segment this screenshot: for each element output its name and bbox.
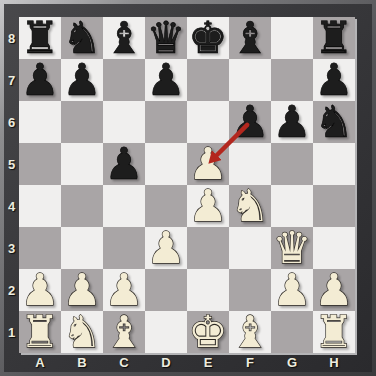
white-knight-b1: ♞ bbox=[62, 310, 101, 354]
square-h3[interactable] bbox=[313, 227, 355, 269]
file-label-d: D bbox=[145, 353, 187, 372]
rank-label-5: 5 bbox=[4, 143, 19, 185]
square-h1[interactable]: ♜ bbox=[313, 311, 355, 353]
square-f2[interactable] bbox=[229, 269, 271, 311]
square-b6[interactable] bbox=[61, 101, 103, 143]
square-a2[interactable]: ♟ bbox=[19, 269, 61, 311]
square-g4[interactable] bbox=[271, 185, 313, 227]
square-a3[interactable] bbox=[19, 227, 61, 269]
black-bishop-f8: ♝ bbox=[230, 16, 269, 60]
square-a7[interactable]: ♟ bbox=[19, 59, 61, 101]
file-labels: ABCDEFGH bbox=[19, 353, 355, 372]
rank-label-4: 4 bbox=[4, 185, 19, 227]
board-background: 87654321 ♜♞♝♛♚♝♜♟♟♟♟♟♟♞♟♟♟♞♟♛♟♟♟♟♟♜♞♝♚♝♜… bbox=[4, 4, 372, 372]
square-d2[interactable] bbox=[145, 269, 187, 311]
rank-label-2: 2 bbox=[4, 269, 19, 311]
black-pawn-a7: ♟ bbox=[20, 58, 59, 102]
rank-label-3: 3 bbox=[4, 227, 19, 269]
black-bishop-c8: ♝ bbox=[104, 16, 143, 60]
square-b8[interactable]: ♞ bbox=[61, 17, 103, 59]
square-c4[interactable] bbox=[103, 185, 145, 227]
square-f3[interactable] bbox=[229, 227, 271, 269]
square-e6[interactable] bbox=[187, 101, 229, 143]
black-rook-a8: ♜ bbox=[20, 16, 59, 60]
rank-label-6: 6 bbox=[4, 101, 19, 143]
white-pawn-a2: ♟ bbox=[20, 268, 59, 312]
white-king-e1: ♚ bbox=[188, 310, 227, 354]
square-e7[interactable] bbox=[187, 59, 229, 101]
square-f5[interactable] bbox=[229, 143, 271, 185]
square-g3[interactable]: ♛ bbox=[271, 227, 313, 269]
white-pawn-g2: ♟ bbox=[272, 268, 311, 312]
file-label-a: A bbox=[19, 353, 61, 372]
white-rook-a1: ♜ bbox=[20, 310, 59, 354]
square-d3[interactable]: ♟ bbox=[145, 227, 187, 269]
square-d1[interactable] bbox=[145, 311, 187, 353]
white-knight-f4: ♞ bbox=[230, 184, 269, 228]
square-c8[interactable]: ♝ bbox=[103, 17, 145, 59]
square-b3[interactable] bbox=[61, 227, 103, 269]
file-label-c: C bbox=[103, 353, 145, 372]
black-knight-b8: ♞ bbox=[62, 16, 101, 60]
square-c1[interactable]: ♝ bbox=[103, 311, 145, 353]
square-e3[interactable] bbox=[187, 227, 229, 269]
square-g8[interactable] bbox=[271, 17, 313, 59]
square-f4[interactable]: ♞ bbox=[229, 185, 271, 227]
white-pawn-e5: ♟ bbox=[188, 142, 227, 186]
black-pawn-c5: ♟ bbox=[104, 142, 143, 186]
white-pawn-d3: ♟ bbox=[146, 226, 185, 270]
square-b5[interactable] bbox=[61, 143, 103, 185]
square-g5[interactable] bbox=[271, 143, 313, 185]
black-pawn-f6: ♟ bbox=[230, 100, 269, 144]
square-g7[interactable] bbox=[271, 59, 313, 101]
square-a4[interactable] bbox=[19, 185, 61, 227]
black-pawn-d7: ♟ bbox=[146, 58, 185, 102]
square-c6[interactable] bbox=[103, 101, 145, 143]
rank-label-8: 8 bbox=[4, 17, 19, 59]
square-h2[interactable]: ♟ bbox=[313, 269, 355, 311]
file-label-h: H bbox=[313, 353, 355, 372]
square-d5[interactable] bbox=[145, 143, 187, 185]
square-h6[interactable]: ♞ bbox=[313, 101, 355, 143]
square-f1[interactable]: ♝ bbox=[229, 311, 271, 353]
square-b2[interactable]: ♟ bbox=[61, 269, 103, 311]
black-pawn-g6: ♟ bbox=[272, 100, 311, 144]
chess-board: ♜♞♝♛♚♝♜♟♟♟♟♟♟♞♟♟♟♞♟♛♟♟♟♟♟♜♞♝♚♝♜ bbox=[19, 17, 355, 353]
white-rook-h1: ♜ bbox=[314, 310, 353, 354]
black-knight-h6: ♞ bbox=[314, 100, 353, 144]
square-g6[interactable]: ♟ bbox=[271, 101, 313, 143]
square-e4[interactable]: ♟ bbox=[187, 185, 229, 227]
rank-label-1: 1 bbox=[4, 311, 19, 353]
white-pawn-b2: ♟ bbox=[62, 268, 101, 312]
white-pawn-e4: ♟ bbox=[188, 184, 227, 228]
square-h4[interactable] bbox=[313, 185, 355, 227]
square-d6[interactable] bbox=[145, 101, 187, 143]
file-label-b: B bbox=[61, 353, 103, 372]
square-c3[interactable] bbox=[103, 227, 145, 269]
black-pawn-b7: ♟ bbox=[62, 58, 101, 102]
square-c5[interactable]: ♟ bbox=[103, 143, 145, 185]
square-d4[interactable] bbox=[145, 185, 187, 227]
file-label-g: G bbox=[271, 353, 313, 372]
square-h5[interactable] bbox=[313, 143, 355, 185]
black-rook-h8: ♜ bbox=[314, 16, 353, 60]
square-d7[interactable]: ♟ bbox=[145, 59, 187, 101]
square-d8[interactable]: ♛ bbox=[145, 17, 187, 59]
file-label-e: E bbox=[187, 353, 229, 372]
black-king-e8: ♚ bbox=[188, 16, 227, 60]
white-queen-g3: ♛ bbox=[272, 226, 311, 270]
rank-label-7: 7 bbox=[4, 59, 19, 101]
square-b7[interactable]: ♟ bbox=[61, 59, 103, 101]
square-a1[interactable]: ♜ bbox=[19, 311, 61, 353]
white-pawn-h2: ♟ bbox=[314, 268, 353, 312]
square-e5[interactable]: ♟ bbox=[187, 143, 229, 185]
square-b4[interactable] bbox=[61, 185, 103, 227]
square-a5[interactable] bbox=[19, 143, 61, 185]
square-e2[interactable] bbox=[187, 269, 229, 311]
white-pawn-c2: ♟ bbox=[104, 268, 143, 312]
square-b1[interactable]: ♞ bbox=[61, 311, 103, 353]
square-e8[interactable]: ♚ bbox=[187, 17, 229, 59]
square-h7[interactable]: ♟ bbox=[313, 59, 355, 101]
white-bishop-c1: ♝ bbox=[104, 310, 143, 354]
square-g2[interactable]: ♟ bbox=[271, 269, 313, 311]
square-f6[interactable]: ♟ bbox=[229, 101, 271, 143]
square-c7[interactable] bbox=[103, 59, 145, 101]
file-label-f: F bbox=[229, 353, 271, 372]
board-frame: 87654321 ♜♞♝♛♚♝♜♟♟♟♟♟♟♞♟♟♟♞♟♛♟♟♟♟♟♜♞♝♚♝♜… bbox=[0, 0, 376, 376]
white-bishop-f1: ♝ bbox=[230, 310, 269, 354]
square-f8[interactable]: ♝ bbox=[229, 17, 271, 59]
square-f7[interactable] bbox=[229, 59, 271, 101]
square-h8[interactable]: ♜ bbox=[313, 17, 355, 59]
rank-labels: 87654321 bbox=[4, 17, 19, 353]
square-e1[interactable]: ♚ bbox=[187, 311, 229, 353]
square-a8[interactable]: ♜ bbox=[19, 17, 61, 59]
black-pawn-h7: ♟ bbox=[314, 58, 353, 102]
square-c2[interactable]: ♟ bbox=[103, 269, 145, 311]
square-g1[interactable] bbox=[271, 311, 313, 353]
square-a6[interactable] bbox=[19, 101, 61, 143]
black-queen-d8: ♛ bbox=[146, 16, 185, 60]
